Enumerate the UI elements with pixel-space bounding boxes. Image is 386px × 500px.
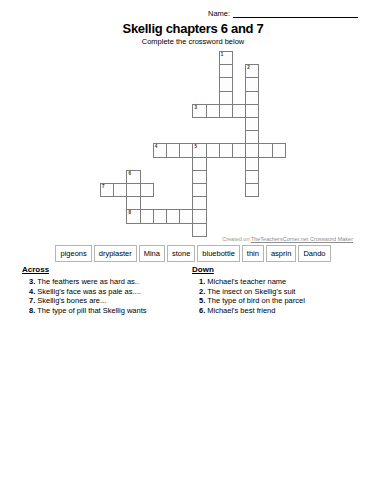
cell-number: 6 — [128, 171, 131, 176]
across-clue: 4.Skellig's face was as pale as.... — [22, 287, 187, 297]
crossword-cell[interactable] — [192, 183, 206, 197]
crossword-cell[interactable] — [192, 170, 206, 184]
cell-number: 4 — [155, 144, 158, 149]
crossword-cell[interactable] — [245, 143, 259, 157]
across-clue: 3.The feathers were as hard as.. — [22, 277, 187, 287]
word-bank-item: asprin — [266, 245, 296, 262]
down-clue: 5.The type of bird on the parcel — [192, 296, 372, 306]
crossword-cell[interactable] — [140, 183, 154, 197]
crossword-cell[interactable] — [272, 143, 286, 157]
clue-number: 2. — [199, 287, 205, 296]
crossword-cell[interactable] — [245, 117, 259, 131]
crossword-cell[interactable]: 1 — [219, 51, 233, 65]
crossword-cell[interactable] — [258, 143, 272, 157]
clue-text: The type of bird on the parcel — [207, 296, 305, 305]
crossword-grid: 12345678 — [100, 51, 286, 238]
cell-number: 2 — [247, 65, 250, 70]
name-blank-line — [233, 9, 358, 18]
cell-number: 1 — [221, 52, 224, 57]
clue-text: The type of pill that Skellig wants — [37, 306, 146, 315]
crossword-cell[interactable] — [192, 209, 206, 223]
credit-link[interactable]: TheTeachersCorner.net Crossword Maker — [251, 236, 353, 242]
cell-number: 8 — [128, 210, 131, 215]
down-clue: 2.The insect on Skellig's suit — [192, 287, 372, 297]
crossword-cell[interactable] — [245, 170, 259, 184]
credit-prefix: Created on — [222, 236, 251, 242]
crossword-cell[interactable] — [113, 183, 127, 197]
crossword-cell[interactable]: 8 — [126, 209, 140, 223]
crossword-cell[interactable] — [206, 104, 220, 118]
down-clues-section: Down 1.Michael's teacher name2.The insec… — [192, 265, 372, 315]
crossword-cell[interactable]: 3 — [192, 104, 206, 118]
clue-number: 1. — [199, 277, 205, 286]
crossword-cell[interactable] — [126, 183, 140, 197]
clue-number: 7. — [29, 296, 35, 305]
crossword-cell[interactable]: 4 — [153, 143, 167, 157]
credit-text: Created on TheTeachersCorner.net Crosswo… — [0, 236, 353, 242]
across-clues-section: Across 3.The feathers were as hard as..4… — [22, 265, 187, 315]
crossword-cell[interactable] — [245, 183, 259, 197]
crossword-cell[interactable] — [245, 130, 259, 144]
crossword-cell[interactable] — [219, 91, 233, 105]
crossword-cell[interactable] — [166, 209, 180, 223]
across-clue: 7.Skellig's bones are... — [22, 296, 187, 306]
page-subtitle: Complete the crossword below — [0, 37, 386, 46]
word-bank-item: bluebottle — [197, 245, 240, 262]
crossword-cell[interactable] — [192, 157, 206, 171]
clue-number: 8. — [29, 306, 35, 315]
clue-number: 5. — [199, 296, 205, 305]
crossword-cell[interactable] — [232, 104, 246, 118]
clue-number: 6. — [199, 306, 205, 315]
crossword-cell[interactable]: 7 — [100, 183, 114, 197]
across-clue-list: 3.The feathers were as hard as..4.Skelli… — [22, 277, 187, 315]
clue-text: The feathers were as hard as.. — [37, 277, 139, 286]
word-bank-item: Mina — [139, 245, 165, 262]
crossword-cell[interactable]: 6 — [126, 170, 140, 184]
crossword-cell[interactable] — [206, 143, 220, 157]
crossword-cell[interactable] — [166, 143, 180, 157]
crossword-cell[interactable] — [219, 64, 233, 78]
down-heading: Down — [192, 265, 372, 274]
crossword-cell[interactable] — [140, 209, 154, 223]
page-title: Skellig chapters 6 and 7 — [0, 21, 386, 36]
crossword-cell[interactable] — [245, 77, 259, 91]
clue-number: 4. — [29, 287, 35, 296]
clue-text: Skellig's face was as pale as.... — [37, 287, 141, 296]
clue-number: 3. — [29, 277, 35, 286]
across-heading: Across — [22, 265, 187, 274]
clue-text: The insect on Skellig's suit — [207, 287, 295, 296]
crossword-cell[interactable] — [192, 223, 206, 237]
down-clue-list: 1.Michael's teacher name2.The insect on … — [192, 277, 372, 315]
crossword-cell[interactable] — [153, 209, 167, 223]
clue-text: Michael's best friend — [207, 306, 275, 315]
crossword-cell[interactable]: 2 — [245, 64, 259, 78]
name-label: Name: — [208, 9, 230, 18]
clue-text: Skellig's bones are... — [37, 296, 106, 305]
cell-number: 5 — [194, 144, 197, 149]
clue-text: Michael's teacher name — [207, 277, 286, 286]
cell-number: 7 — [102, 184, 105, 189]
word-bank: pigeonsdryplasterMinastonebluebottlethin… — [0, 245, 386, 262]
word-bank-item: stone — [167, 245, 195, 262]
down-clue: 1.Michael's teacher name — [192, 277, 372, 287]
crossword-cell[interactable] — [232, 143, 246, 157]
word-bank-item: dryplaster — [94, 245, 137, 262]
word-bank-item: pigeons — [55, 245, 91, 262]
crossword-cell[interactable]: 5 — [192, 143, 206, 157]
down-clue: 6.Michael's best friend — [192, 306, 372, 316]
crossword-cell[interactable] — [179, 143, 193, 157]
crossword-cell[interactable] — [219, 104, 233, 118]
crossword-cell[interactable] — [245, 91, 259, 105]
cell-number: 3 — [194, 105, 197, 110]
crossword-cell[interactable] — [245, 157, 259, 171]
word-bank-item: thin — [242, 245, 264, 262]
crossword-cell[interactable] — [219, 77, 233, 91]
crossword-cell[interactable] — [219, 143, 233, 157]
across-clue: 8.The type of pill that Skellig wants — [22, 306, 187, 316]
word-bank-item: Dando — [298, 245, 330, 262]
crossword-cell[interactable] — [126, 196, 140, 210]
crossword-cell[interactable] — [179, 209, 193, 223]
crossword-cell[interactable] — [245, 104, 259, 118]
name-row: Name: — [208, 9, 358, 18]
crossword-cell[interactable] — [192, 196, 206, 210]
